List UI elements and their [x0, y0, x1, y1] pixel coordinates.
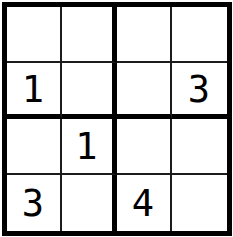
- cell-r2c3[interactable]: [117, 63, 172, 119]
- cell-r4c3[interactable]: 4: [117, 175, 172, 231]
- cell-r1c4[interactable]: [172, 7, 227, 63]
- cell-value: 1: [75, 128, 97, 165]
- cell-value: 4: [132, 185, 154, 222]
- cell-r1c3[interactable]: [117, 7, 172, 63]
- cell-value: 3: [188, 71, 210, 108]
- cell-r1c1[interactable]: [7, 7, 62, 63]
- cell-r3c1[interactable]: [7, 119, 62, 175]
- cell-r4c4[interactable]: [172, 175, 227, 231]
- cell-value: 1: [22, 71, 44, 108]
- sudoku-page: 13134: [0, 0, 233, 237]
- cell-r3c4[interactable]: [172, 119, 227, 175]
- cell-r2c2[interactable]: [62, 63, 117, 119]
- cell-r1c2[interactable]: [62, 7, 117, 63]
- cell-r4c1[interactable]: 3: [7, 175, 62, 231]
- cell-r3c3[interactable]: [117, 119, 172, 175]
- cell-r4c2[interactable]: [62, 175, 117, 231]
- cell-value: 3: [22, 185, 44, 222]
- sudoku-board: 13134: [2, 2, 232, 236]
- cell-r2c1[interactable]: 1: [7, 63, 62, 119]
- cell-r2c4[interactable]: 3: [172, 63, 227, 119]
- cell-r3c2[interactable]: 1: [62, 119, 117, 175]
